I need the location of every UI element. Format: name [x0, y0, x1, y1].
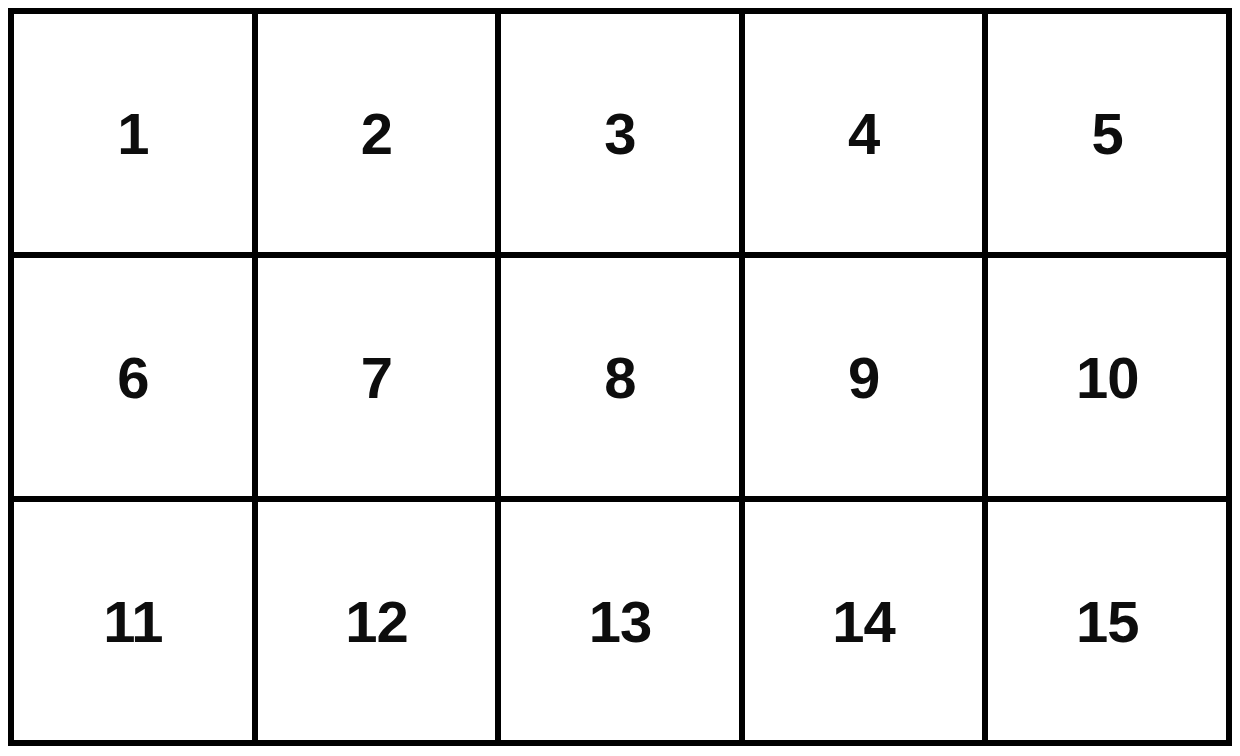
cell-2: 2	[258, 14, 496, 252]
cell-7: 7	[258, 258, 496, 496]
cell-11: 11	[14, 502, 252, 740]
cell-14: 14	[745, 502, 983, 740]
cell-10: 10	[988, 258, 1226, 496]
cell-8: 8	[501, 258, 739, 496]
cell-3: 3	[501, 14, 739, 252]
cell-13: 13	[501, 502, 739, 740]
cell-15: 15	[988, 502, 1226, 740]
cell-6: 6	[14, 258, 252, 496]
cell-5: 5	[988, 14, 1226, 252]
cell-12: 12	[258, 502, 496, 740]
grid-board: 123456789101112131415	[8, 8, 1232, 746]
cell-1: 1	[14, 14, 252, 252]
cell-4: 4	[745, 14, 983, 252]
cell-9: 9	[745, 258, 983, 496]
